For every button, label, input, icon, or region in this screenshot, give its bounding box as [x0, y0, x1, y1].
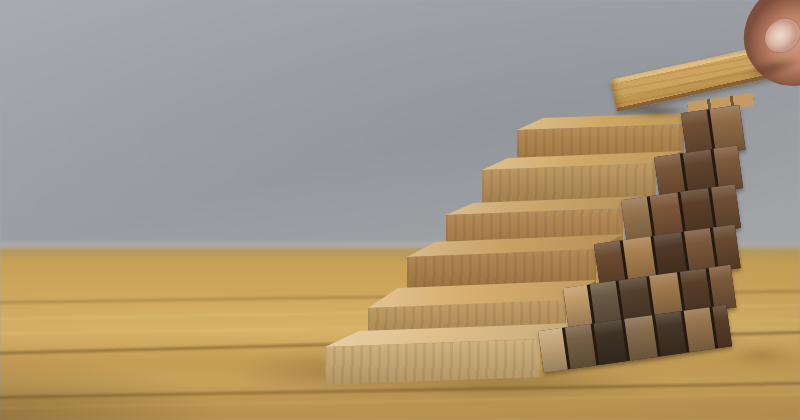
end-grain-side-wall	[0, 0, 800, 420]
end-grain-cell	[565, 324, 597, 369]
photo-stage	[0, 0, 800, 420]
end-grain-cell	[712, 305, 732, 349]
end-grain-cell	[684, 307, 716, 352]
end-grain-cell	[624, 315, 658, 360]
end-grain-cell	[655, 311, 687, 356]
end-grain-cell	[711, 184, 741, 231]
end-grain-cell	[709, 265, 737, 311]
end-grain-cell	[594, 320, 628, 365]
end-grain-cell	[538, 328, 568, 373]
